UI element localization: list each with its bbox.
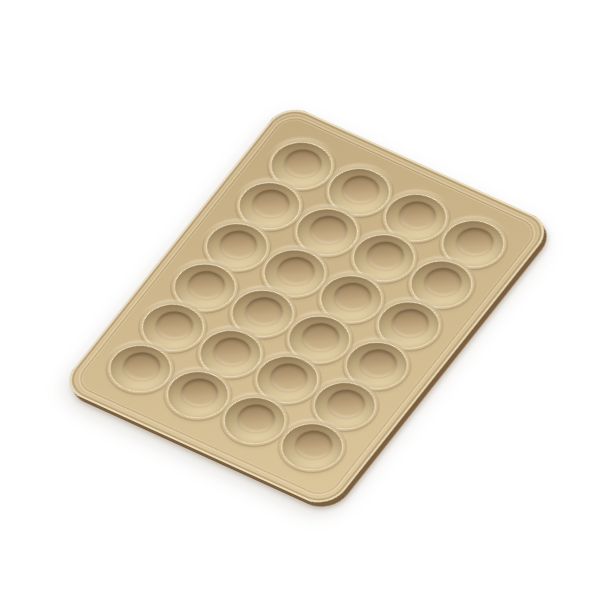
cup-bottom [238, 292, 289, 331]
cup-bottom [320, 385, 371, 424]
cup-bottom [335, 170, 386, 209]
cup-bottom [246, 185, 297, 224]
cup-bottom [213, 226, 264, 265]
cup-bottom [328, 278, 379, 317]
cup-bottom [206, 333, 257, 372]
cup-bottom [231, 399, 282, 438]
cup-bottom [449, 223, 500, 262]
cup-bottom [117, 347, 168, 386]
product-photo [0, 0, 600, 600]
cup-bottom [263, 359, 314, 398]
cup-bottom [288, 425, 339, 464]
cup-bottom [392, 197, 443, 236]
muffin-pan [59, 102, 555, 510]
cup-grid [59, 102, 555, 510]
cup-bottom [295, 318, 346, 357]
cup-bottom [417, 263, 468, 302]
cup-bottom [303, 211, 354, 250]
cup-bottom [181, 266, 232, 305]
cup-bottom [270, 252, 321, 291]
cup-bottom [174, 373, 225, 412]
cup-bottom [353, 344, 404, 383]
cup-bottom [149, 307, 200, 346]
cup-bottom [360, 237, 411, 276]
cup-bottom [385, 304, 436, 343]
cup-bottom [278, 144, 329, 183]
